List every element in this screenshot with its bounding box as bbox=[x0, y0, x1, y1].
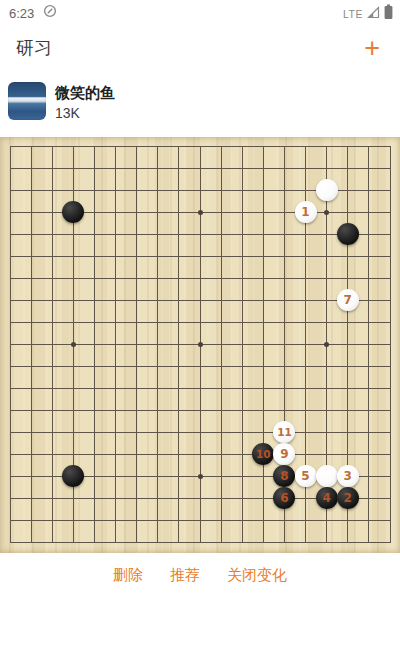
stone-white-O6: 11 bbox=[273, 421, 295, 443]
grid-line bbox=[10, 300, 391, 301]
action-bar: 删除 推荐 关闭变化 bbox=[0, 566, 400, 585]
move-number: 11 bbox=[277, 427, 292, 438]
recommend-button[interactable]: 推荐 bbox=[170, 566, 200, 585]
grid-line bbox=[10, 542, 391, 543]
star-point bbox=[324, 210, 329, 215]
grid-line bbox=[10, 432, 391, 433]
header: 研习 + bbox=[0, 26, 400, 72]
stone-black-R15 bbox=[337, 223, 359, 245]
app-screen: 6:23 LTE bbox=[0, 0, 400, 650]
grid-line bbox=[10, 410, 391, 411]
close-variation-button[interactable]: 关闭变化 bbox=[227, 566, 287, 585]
move-number: 7 bbox=[344, 294, 352, 306]
stone-black-Q3: 4 bbox=[316, 487, 338, 509]
grid-line bbox=[10, 278, 391, 279]
stone-white-P4: 5 bbox=[295, 465, 317, 487]
star-point bbox=[324, 342, 329, 347]
add-icon[interactable]: + bbox=[364, 30, 380, 66]
move-number: 5 bbox=[301, 470, 309, 482]
grid-line bbox=[10, 520, 391, 521]
status-bar: 6:23 LTE bbox=[0, 0, 400, 26]
notification-icon bbox=[43, 4, 57, 22]
move-number: 3 bbox=[344, 470, 352, 482]
grid-line bbox=[10, 454, 391, 455]
stone-black-O3: 6 bbox=[273, 487, 295, 509]
grid-line bbox=[368, 146, 369, 543]
grid-line bbox=[157, 146, 158, 543]
grid-line bbox=[52, 146, 53, 543]
delete-button[interactable]: 删除 bbox=[113, 566, 143, 585]
stone-black-O4: 8 bbox=[273, 465, 295, 487]
move-number: 9 bbox=[280, 448, 288, 460]
move-number: 2 bbox=[344, 492, 352, 504]
stone-white-Q4 bbox=[316, 465, 338, 487]
grid-line bbox=[94, 146, 95, 543]
move-number: 8 bbox=[280, 470, 288, 482]
battery-icon bbox=[384, 4, 393, 24]
star-point bbox=[198, 342, 203, 347]
stone-white-R4: 3 bbox=[337, 465, 359, 487]
grid-line bbox=[10, 256, 391, 257]
study-subtitle: 13K bbox=[55, 105, 115, 121]
study-card[interactable]: 微笑的鱼 13K bbox=[0, 80, 400, 132]
stone-black-D4 bbox=[62, 465, 84, 487]
grid-line bbox=[10, 146, 391, 147]
grid-line bbox=[10, 322, 391, 323]
grid-line bbox=[263, 146, 264, 543]
grid-line bbox=[10, 234, 391, 235]
star-point bbox=[198, 210, 203, 215]
clock: 6:23 bbox=[9, 6, 34, 21]
move-number: 10 bbox=[256, 449, 271, 460]
page-title: 研习 bbox=[16, 36, 52, 60]
grid-line bbox=[221, 146, 222, 543]
grid-line bbox=[115, 146, 116, 543]
grid-line bbox=[10, 388, 391, 389]
star-point bbox=[198, 474, 203, 479]
grid-line bbox=[242, 146, 243, 543]
go-board[interactable]: 1711109853642 bbox=[0, 137, 400, 553]
stone-white-P16: 1 bbox=[295, 201, 317, 223]
grid-line bbox=[178, 146, 179, 543]
stone-white-Q17 bbox=[316, 179, 338, 201]
move-number: 6 bbox=[280, 492, 288, 504]
stone-black-D16 bbox=[62, 201, 84, 223]
grid-line bbox=[10, 146, 11, 543]
grid-line bbox=[10, 168, 391, 169]
stone-black-R3: 2 bbox=[337, 487, 359, 509]
stone-white-R12: 7 bbox=[337, 289, 359, 311]
grid-line bbox=[31, 146, 32, 543]
stone-black-N5: 10 bbox=[252, 443, 274, 465]
grid-line bbox=[136, 146, 137, 543]
signal-icon bbox=[367, 5, 380, 23]
network-type-label: LTE bbox=[343, 8, 363, 20]
grid-line bbox=[390, 146, 391, 543]
move-number: 4 bbox=[322, 492, 330, 504]
grid-line bbox=[10, 366, 391, 367]
study-thumbnail[interactable] bbox=[8, 82, 46, 120]
stone-white-O5: 9 bbox=[273, 443, 295, 465]
study-title: 微笑的鱼 bbox=[55, 83, 115, 102]
star-point bbox=[71, 342, 76, 347]
move-number: 1 bbox=[301, 206, 309, 218]
